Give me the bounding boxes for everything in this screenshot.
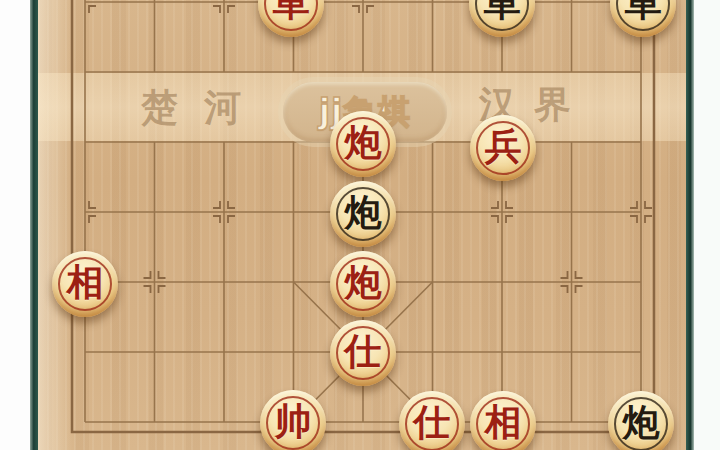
- piece-black-chariot[interactable]: 車: [469, 0, 535, 37]
- piece-red-elephant[interactable]: 相: [470, 391, 536, 450]
- piece-red-advisor[interactable]: 仕: [399, 391, 465, 450]
- piece-layer: 車車車炮兵炮相炮仕帅仕相炮: [0, 0, 720, 450]
- piece-glyph: 炮: [608, 391, 674, 450]
- xiangqi-app-screen: 楚河 汉界 jj象棋 車車車炮兵炮相炮仕帅仕相炮: [0, 0, 720, 450]
- piece-glyph: 相: [52, 251, 118, 317]
- piece-red-elephant[interactable]: 相: [52, 251, 118, 317]
- piece-glyph: 炮: [330, 251, 396, 317]
- piece-red-cannon[interactable]: 炮: [330, 251, 396, 317]
- piece-glyph: 車: [610, 0, 676, 37]
- piece-glyph: 炮: [330, 181, 396, 247]
- piece-red-general[interactable]: 帅: [260, 390, 326, 450]
- piece-glyph: 仕: [330, 320, 396, 386]
- piece-glyph: 車: [469, 0, 535, 37]
- piece-glyph: 車: [258, 0, 324, 37]
- piece-glyph: 帅: [260, 390, 326, 450]
- piece-black-cannon[interactable]: 炮: [608, 391, 674, 450]
- piece-red-chariot[interactable]: 車: [258, 0, 324, 37]
- piece-red-cannon[interactable]: 炮: [330, 111, 396, 177]
- piece-glyph: 相: [470, 391, 536, 450]
- piece-black-chariot[interactable]: 車: [610, 0, 676, 37]
- piece-red-advisor[interactable]: 仕: [330, 320, 396, 386]
- piece-glyph: 炮: [330, 111, 396, 177]
- piece-glyph: 兵: [470, 115, 536, 181]
- piece-glyph: 仕: [399, 391, 465, 450]
- piece-red-pawn[interactable]: 兵: [470, 115, 536, 181]
- piece-black-cannon[interactable]: 炮: [330, 181, 396, 247]
